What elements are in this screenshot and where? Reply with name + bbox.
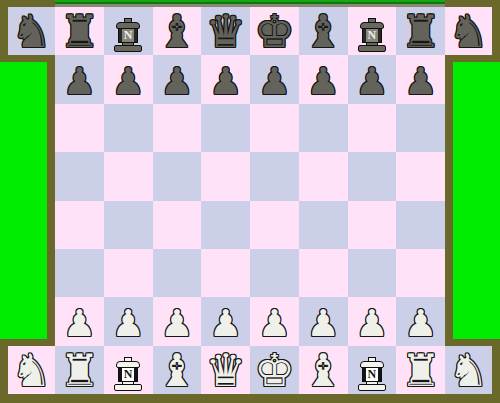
board-frame-mid-left (47, 55, 55, 346)
square-d4[interactable] (153, 201, 202, 249)
square-g8[interactable]: ♝ (299, 7, 348, 55)
square-b1[interactable]: ♜ (55, 346, 104, 394)
square-c5[interactable] (104, 152, 153, 200)
piece-white-knight[interactable]: ♞ (448, 348, 488, 393)
token-letter: N (122, 368, 134, 381)
piece-black-pawn[interactable]: ♟ (112, 63, 145, 100)
square-d6[interactable] (153, 104, 202, 152)
piece-black-pawn[interactable]: ♟ (258, 63, 291, 100)
piece-black-bishop[interactable]: ♝ (157, 9, 197, 54)
piece-black-knight[interactable]: ♞ (11, 9, 51, 54)
square-f5[interactable] (250, 152, 299, 200)
square-i6[interactable] (396, 104, 445, 152)
token-letter: N (366, 368, 378, 381)
square-g5[interactable] (299, 152, 348, 200)
piece-white-queen[interactable]: ♛ (205, 348, 245, 393)
square-f6[interactable] (250, 104, 299, 152)
token-letter: N (122, 29, 134, 42)
board-frame-right-top (492, 0, 500, 62)
piece-white-pawn[interactable]: ♟ (112, 305, 145, 342)
square-b2[interactable]: ♟ (55, 297, 104, 345)
piece-white-bishop[interactable]: ♝ (157, 348, 197, 393)
square-i2[interactable]: ♟ (396, 297, 445, 345)
token-base (114, 384, 142, 391)
square-c3[interactable] (104, 249, 153, 297)
square-d3[interactable] (153, 249, 202, 297)
piece-white-n-token[interactable]: N (114, 357, 142, 391)
square-e8[interactable]: ♛ (201, 7, 250, 55)
board-frame-mid-right (445, 55, 453, 346)
square-f3[interactable] (250, 249, 299, 297)
piece-black-queen[interactable]: ♛ (205, 9, 245, 54)
piece-white-rook[interactable]: ♜ (59, 348, 99, 393)
piece-black-pawn[interactable]: ♟ (160, 63, 193, 100)
square-g7[interactable]: ♟ (299, 55, 348, 103)
square-i4[interactable] (396, 201, 445, 249)
square-g2[interactable]: ♟ (299, 297, 348, 345)
square-e7[interactable]: ♟ (201, 55, 250, 103)
square-h1[interactable]: N (348, 346, 397, 394)
piece-white-pawn[interactable]: ♟ (258, 305, 291, 342)
piece-black-n-token[interactable]: N (358, 18, 386, 52)
token-body: N (362, 367, 382, 382)
piece-white-bishop[interactable]: ♝ (303, 348, 343, 393)
piece-white-pawn[interactable]: ♟ (160, 305, 193, 342)
square-e5[interactable] (201, 152, 250, 200)
square-h5[interactable] (348, 152, 397, 200)
square-e3[interactable] (201, 249, 250, 297)
square-h3[interactable] (348, 249, 397, 297)
piece-white-n-token[interactable]: N (358, 357, 386, 391)
piece-black-rook[interactable]: ♜ (59, 9, 99, 54)
square-b8[interactable]: ♜ (55, 7, 104, 55)
square-g3[interactable] (299, 249, 348, 297)
square-i5[interactable] (396, 152, 445, 200)
square-j8[interactable]: ♞ (445, 7, 492, 55)
square-f4[interactable] (250, 201, 299, 249)
square-b4[interactable] (55, 201, 104, 249)
square-b3[interactable] (55, 249, 104, 297)
square-h2[interactable]: ♟ (348, 297, 397, 345)
square-b7[interactable]: ♟ (55, 55, 104, 103)
square-h7[interactable]: ♟ (348, 55, 397, 103)
square-d7[interactable]: ♟ (153, 55, 202, 103)
piece-black-knight[interactable]: ♞ (448, 9, 488, 54)
board-frame-left-top (0, 0, 8, 62)
piece-white-knight[interactable]: ♞ (11, 348, 51, 393)
game-window: ♞♜N♝♛♚♝N♜♞♟♟♟♟♟♟♟♟♟♟♟♟♟♟♟♟♞♜N♝♛♚♝N♜♞ (0, 0, 500, 403)
piece-black-king[interactable]: ♚ (254, 9, 294, 54)
square-g4[interactable] (299, 201, 348, 249)
square-c8[interactable]: N (104, 7, 153, 55)
square-e1[interactable]: ♛ (201, 346, 250, 394)
piece-black-rook[interactable]: ♜ (400, 9, 440, 54)
square-i1[interactable]: ♜ (396, 346, 445, 394)
square-d8[interactable]: ♝ (153, 7, 202, 55)
square-c4[interactable] (104, 201, 153, 249)
square-h8[interactable]: N (348, 7, 397, 55)
piece-white-pawn[interactable]: ♟ (355, 305, 388, 342)
piece-white-pawn[interactable]: ♟ (209, 305, 242, 342)
square-a8[interactable]: ♞ (8, 7, 55, 55)
square-a1[interactable]: ♞ (8, 346, 55, 394)
piece-black-pawn[interactable]: ♟ (63, 63, 96, 100)
square-h6[interactable] (348, 104, 397, 152)
token-body: N (118, 367, 138, 382)
square-d1[interactable]: ♝ (153, 346, 202, 394)
square-i3[interactable] (396, 249, 445, 297)
token-base (358, 384, 386, 391)
token-body: N (362, 28, 382, 43)
piece-white-pawn[interactable]: ♟ (307, 305, 340, 342)
square-d2[interactable]: ♟ (153, 297, 202, 345)
square-g6[interactable] (299, 104, 348, 152)
piece-black-pawn[interactable]: ♟ (209, 63, 242, 100)
square-d5[interactable] (153, 152, 202, 200)
square-e6[interactable] (201, 104, 250, 152)
square-e2[interactable]: ♟ (201, 297, 250, 345)
piece-white-rook[interactable]: ♜ (400, 348, 440, 393)
square-j1[interactable]: ♞ (445, 346, 492, 394)
piece-black-pawn[interactable]: ♟ (355, 63, 388, 100)
square-g1[interactable]: ♝ (299, 346, 348, 394)
piece-white-pawn[interactable]: ♟ (63, 305, 96, 342)
square-f2[interactable]: ♟ (250, 297, 299, 345)
square-c6[interactable] (104, 104, 153, 152)
square-c1[interactable]: N (104, 346, 153, 394)
square-b5[interactable] (55, 152, 104, 200)
square-b6[interactable] (55, 104, 104, 152)
token-body: N (118, 28, 138, 43)
board-frame-right-bottom (492, 339, 500, 403)
token-base (114, 45, 142, 52)
square-f1[interactable]: ♚ (250, 346, 299, 394)
square-c2[interactable]: ♟ (104, 297, 153, 345)
piece-black-bishop[interactable]: ♝ (303, 9, 343, 54)
square-h4[interactable] (348, 201, 397, 249)
square-f8[interactable]: ♚ (250, 7, 299, 55)
square-i7[interactable]: ♟ (396, 55, 445, 103)
piece-black-pawn[interactable]: ♟ (404, 63, 437, 100)
piece-white-pawn[interactable]: ♟ (404, 305, 437, 342)
token-letter: N (366, 29, 378, 42)
piece-black-pawn[interactable]: ♟ (307, 63, 340, 100)
square-i8[interactable]: ♜ (396, 7, 445, 55)
square-f7[interactable]: ♟ (250, 55, 299, 103)
piece-black-n-token[interactable]: N (114, 18, 142, 52)
square-c7[interactable]: ♟ (104, 55, 153, 103)
piece-white-king[interactable]: ♚ (254, 348, 294, 393)
board-frame-left-bottom (0, 339, 8, 403)
square-e4[interactable] (201, 201, 250, 249)
token-base (358, 45, 386, 52)
